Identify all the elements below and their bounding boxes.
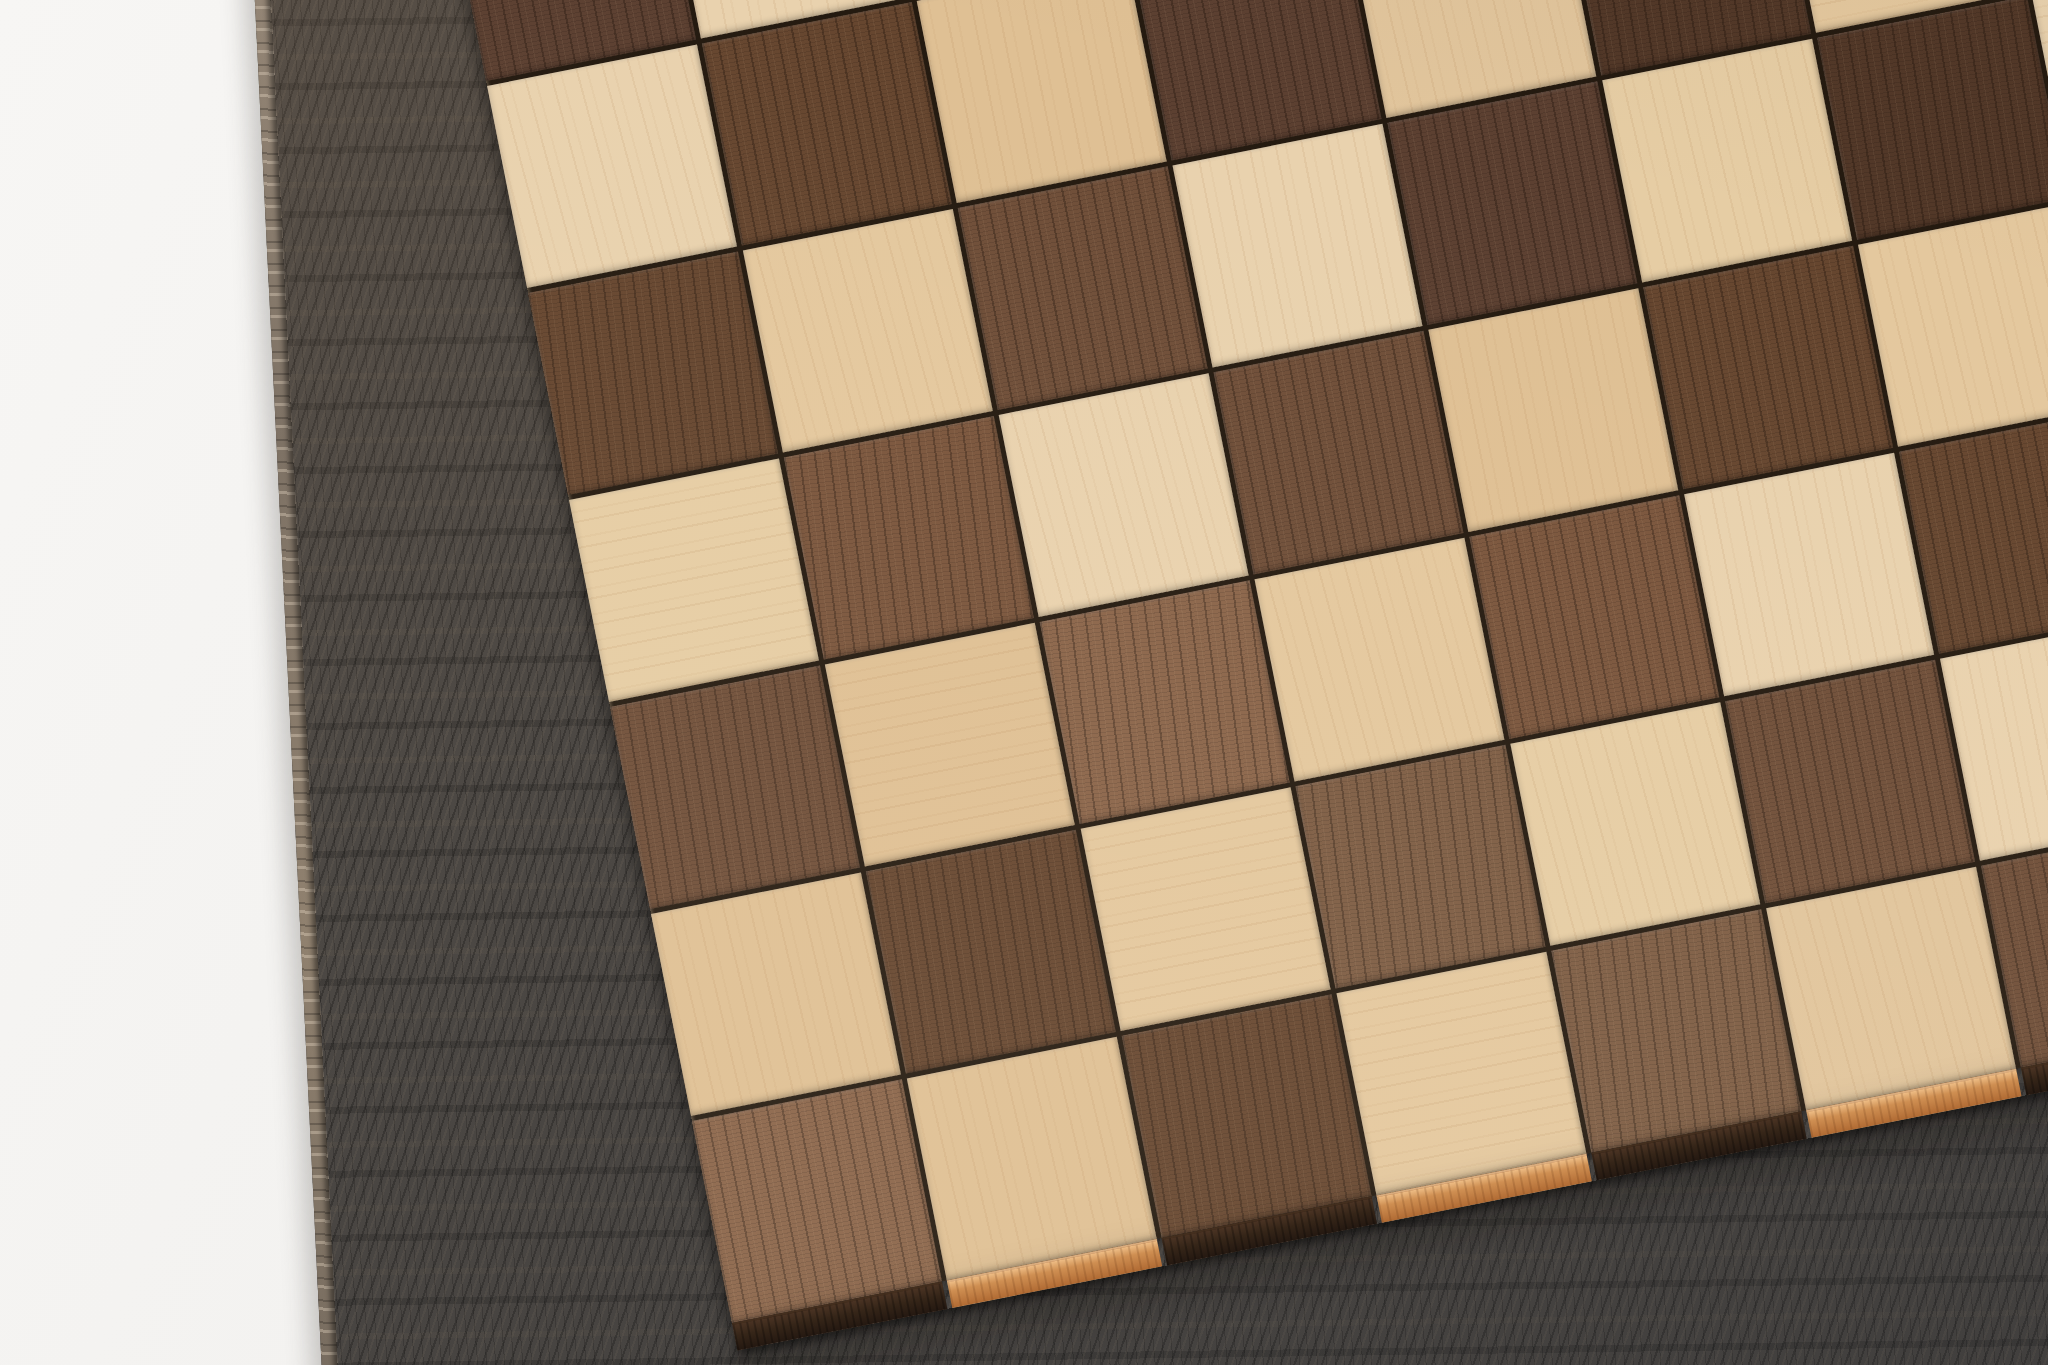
board-square [1643, 246, 1893, 490]
board-square [866, 830, 1116, 1074]
board-square [1858, 203, 2048, 447]
board-square [702, 2, 952, 246]
board-square [1551, 909, 1801, 1153]
board-square [1602, 39, 1852, 283]
board-square [610, 665, 860, 909]
board-square [1684, 453, 1934, 697]
board-square [1122, 994, 1372, 1238]
board-square [651, 872, 901, 1116]
board-square [1173, 124, 1423, 368]
board-square [907, 1037, 1157, 1281]
board-square [1766, 867, 2016, 1111]
board-square [784, 416, 1034, 660]
board-square [743, 209, 993, 453]
board-square [1817, 0, 2048, 240]
board-square [487, 44, 737, 288]
board-square [825, 623, 1075, 867]
board-square [1214, 331, 1464, 575]
board-square [692, 1079, 942, 1323]
board-square [1725, 660, 1975, 904]
board-square [958, 166, 1208, 410]
board-square [999, 373, 1249, 617]
board-square [1255, 538, 1505, 782]
board-square [1428, 288, 1678, 532]
board-square [1510, 702, 1760, 946]
board-square [1295, 745, 1545, 989]
board-square [1040, 580, 1290, 824]
board-square [528, 251, 778, 495]
board-square [569, 458, 819, 702]
photo-scene [0, 0, 2048, 1365]
board-square [1336, 952, 1586, 1196]
board-square [917, 0, 1167, 203]
board-square [1081, 787, 1331, 1031]
board-square [1387, 81, 1637, 325]
board-square [1469, 495, 1719, 739]
